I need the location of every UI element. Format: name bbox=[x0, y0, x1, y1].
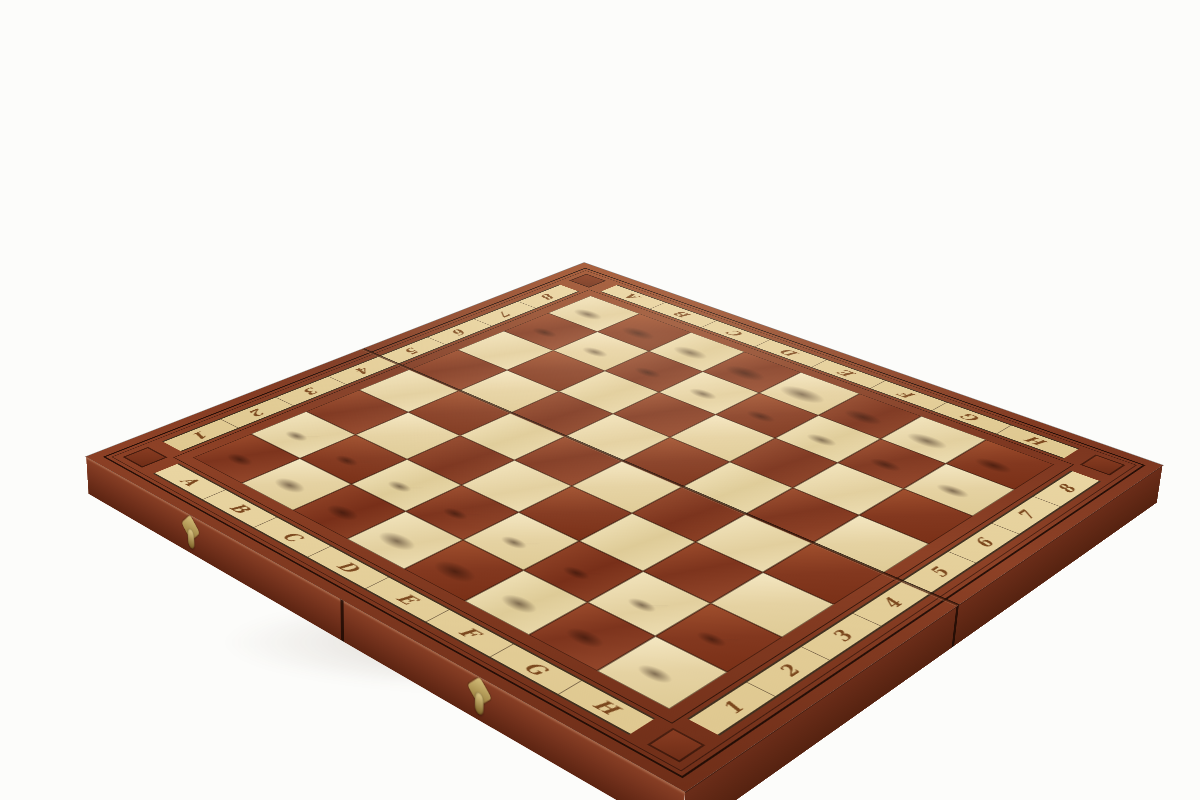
brass-latch-right bbox=[468, 674, 491, 724]
fold-seam-front bbox=[340, 599, 344, 642]
file-label: B bbox=[671, 310, 695, 320]
rank-label: 6 bbox=[448, 327, 471, 336]
file-label: A bbox=[621, 292, 644, 301]
scene-stage: ABCDEFGH ABCDEFGH 87654321 87654321 ♜♞♝♛… bbox=[0, 0, 1200, 800]
rook-glyph: ♜ bbox=[550, 555, 765, 682]
photo-background: ABCDEFGH ABCDEFGH 87654321 87654321 ♜♞♝♛… bbox=[0, 0, 1200, 800]
rank-label: 5 bbox=[401, 346, 425, 356]
fold-seam-right bbox=[952, 605, 959, 648]
chess-board: ABCDEFGH ABCDEFGH 87654321 87654321 ♜♞♝♛… bbox=[86, 263, 1163, 792]
file-label: D bbox=[778, 348, 803, 359]
rank-label: 7 bbox=[494, 309, 517, 318]
pawn-glyph: ♟ bbox=[865, 388, 1047, 498]
file-label: C bbox=[724, 329, 748, 339]
rank-label: 8 bbox=[537, 292, 560, 301]
